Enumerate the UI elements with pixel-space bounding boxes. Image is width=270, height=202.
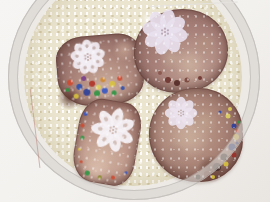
bead-bottom-right [149,88,243,182]
glass-speckle [219,110,222,113]
flower-inlay [159,91,203,135]
glass-speckle [195,175,200,180]
glass-speckle [231,152,236,157]
glass-speckle [174,80,180,86]
photo-stage [0,0,270,202]
flower-inlay [82,98,145,161]
glass-speckle [83,88,91,96]
glass-speckle [184,77,189,82]
glass-patch [162,143,188,169]
glass-speckle [80,123,85,128]
glass-speckle [94,90,101,97]
glass-speckle [158,71,162,75]
glass-speckle [231,123,236,128]
flower-inlay [61,30,115,84]
glass-speckle [76,84,83,91]
bead-top-right [134,9,228,93]
glass-speckle [221,153,228,160]
bead-top-left [54,31,146,108]
glass-speckle [228,144,235,151]
flower-inlay [137,4,193,60]
glass-speckle [236,129,240,133]
glass-speckle [233,134,239,140]
glass-speckle [111,90,116,95]
glass-speckle [78,147,81,150]
glass-speckle [102,87,109,94]
glass-speckle [224,162,229,167]
glass-speckle [228,107,232,111]
glass-speckle [111,175,116,180]
glass-speckle [225,114,230,119]
glass-speckle [204,171,210,177]
glass-patch [193,32,217,56]
glass-speckle [198,76,202,80]
glass-speckle [211,175,215,179]
glass-speckle [117,75,122,80]
glass-speckle [109,81,116,88]
glass-speckle [238,120,241,123]
glass-speckle [236,141,239,144]
glass-speckle [165,77,171,83]
glass-speckle [213,163,221,171]
glass-speckle [96,84,101,89]
glass-speckle [124,171,127,174]
glass-speckle [120,86,124,90]
